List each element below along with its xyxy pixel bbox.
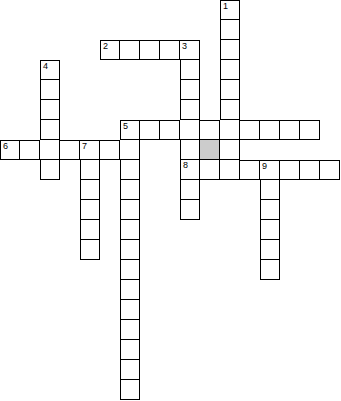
void-cell	[280, 0, 300, 20]
cell-r2c7[interactable]	[140, 40, 160, 60]
void-cell	[300, 180, 320, 200]
void-cell	[200, 40, 220, 60]
void-cell	[240, 180, 260, 200]
void-cell	[280, 60, 300, 80]
void-cell	[260, 320, 280, 340]
void-cell	[100, 240, 120, 260]
void-cell	[120, 60, 140, 80]
void-cell	[60, 220, 80, 240]
cell-r7c4[interactable]: 7	[80, 140, 100, 160]
void-cell	[200, 340, 220, 360]
cell-r13c6[interactable]	[120, 260, 140, 280]
void-cell	[80, 260, 100, 280]
void-cell	[0, 20, 20, 40]
void-cell	[80, 380, 100, 400]
void-cell	[220, 320, 240, 340]
void-cell	[100, 160, 120, 180]
clue-number: 1	[223, 2, 228, 10]
void-cell	[220, 360, 240, 380]
cell-r8c2[interactable]	[40, 160, 60, 180]
cell-r6c2[interactable]	[40, 120, 60, 140]
void-cell	[80, 280, 100, 300]
void-cell	[80, 0, 100, 20]
void-cell	[100, 60, 120, 80]
cell-r12c13[interactable]	[260, 240, 280, 260]
void-cell	[60, 340, 80, 360]
cell-r18c6[interactable]	[120, 360, 140, 380]
void-cell	[0, 320, 20, 340]
cell-r6c12[interactable]	[240, 120, 260, 140]
void-cell	[60, 360, 80, 380]
cell-r10c6[interactable]	[120, 200, 140, 220]
cell-r16c6[interactable]	[120, 320, 140, 340]
void-cell	[100, 280, 120, 300]
void-cell	[160, 0, 180, 20]
void-cell	[40, 220, 60, 240]
void-cell	[20, 0, 40, 20]
cell-r0c11[interactable]: 1	[220, 0, 240, 20]
void-cell	[200, 380, 220, 400]
cell-r10c13[interactable]	[260, 200, 280, 220]
void-cell	[280, 40, 300, 60]
cell-r6c14[interactable]	[280, 120, 300, 140]
void-cell	[220, 280, 240, 300]
void-cell	[80, 100, 100, 120]
void-cell	[280, 240, 300, 260]
void-cell	[40, 380, 60, 400]
void-cell	[180, 320, 200, 340]
cell-r7c1[interactable]	[20, 140, 40, 160]
void-cell	[60, 20, 80, 40]
void-cell	[20, 260, 40, 280]
cell-r7c11[interactable]	[220, 140, 240, 160]
void-cell	[140, 100, 160, 120]
cell-r8c12[interactable]	[240, 160, 260, 180]
void-cell	[300, 280, 320, 300]
cell-r8c13[interactable]: 9	[260, 160, 280, 180]
void-cell	[60, 120, 80, 140]
void-cell	[20, 240, 40, 260]
cell-r4c2[interactable]	[40, 80, 60, 100]
void-cell	[300, 0, 320, 20]
void-cell	[300, 140, 320, 160]
void-cell	[200, 200, 220, 220]
cell-r3c2[interactable]: 4	[40, 60, 60, 80]
void-cell	[260, 380, 280, 400]
void-cell	[160, 380, 180, 400]
void-cell	[20, 80, 40, 100]
void-cell	[240, 340, 260, 360]
cell-r9c6[interactable]	[120, 180, 140, 200]
void-cell	[60, 320, 80, 340]
void-cell	[0, 160, 20, 180]
void-cell	[280, 320, 300, 340]
void-cell	[240, 380, 260, 400]
cell-r5c2[interactable]	[40, 100, 60, 120]
void-cell	[240, 60, 260, 80]
void-cell	[300, 360, 320, 380]
cell-r2c8[interactable]	[160, 40, 180, 60]
void-cell	[80, 120, 100, 140]
void-cell	[20, 200, 40, 220]
cell-r8c9[interactable]: 8	[180, 160, 200, 180]
void-cell	[260, 40, 280, 60]
cell-r10c9[interactable]	[180, 200, 200, 220]
cell-r9c9[interactable]	[180, 180, 200, 200]
void-cell	[140, 0, 160, 20]
void-cell	[0, 220, 20, 240]
clue-number: 9	[262, 162, 267, 170]
void-cell	[160, 20, 180, 40]
clue-number: 5	[123, 122, 128, 130]
void-cell	[40, 20, 60, 40]
clue-number: 7	[82, 142, 87, 150]
void-cell	[240, 20, 260, 40]
cell-r7c3[interactable]	[60, 140, 80, 160]
void-cell	[100, 340, 120, 360]
cell-r12c4[interactable]	[80, 240, 100, 260]
clue-number: 2	[103, 42, 108, 50]
void-cell	[280, 200, 300, 220]
void-cell	[160, 160, 180, 180]
void-cell	[0, 80, 20, 100]
void-cell	[320, 100, 340, 120]
void-cell	[160, 180, 180, 200]
void-cell	[300, 20, 320, 40]
void-cell	[280, 300, 300, 320]
void-cell	[280, 220, 300, 240]
void-cell	[260, 280, 280, 300]
void-cell	[320, 40, 340, 60]
void-cell	[200, 360, 220, 380]
cell-r13c13[interactable]	[260, 260, 280, 280]
void-cell	[200, 100, 220, 120]
void-cell	[40, 340, 60, 360]
void-cell	[160, 100, 180, 120]
cell-r6c10[interactable]	[200, 120, 220, 140]
void-cell	[320, 140, 340, 160]
cell-r2c11[interactable]	[220, 40, 240, 60]
void-cell	[300, 320, 320, 340]
cell-r8c11[interactable]	[220, 160, 240, 180]
void-cell	[200, 320, 220, 340]
void-cell	[300, 100, 320, 120]
void-cell	[280, 80, 300, 100]
void-cell	[280, 340, 300, 360]
void-cell	[200, 0, 220, 20]
void-cell	[240, 40, 260, 60]
void-cell	[0, 100, 20, 120]
cell-r6c13[interactable]	[260, 120, 280, 140]
void-cell	[240, 80, 260, 100]
cell-r6c9[interactable]	[180, 120, 200, 140]
void-cell	[20, 180, 40, 200]
cell-r12c6[interactable]	[120, 240, 140, 260]
void-cell	[100, 300, 120, 320]
cell-r7c0[interactable]: 6	[0, 140, 20, 160]
void-cell	[180, 380, 200, 400]
void-cell	[240, 240, 260, 260]
cell-r7c5[interactable]	[100, 140, 120, 160]
void-cell	[180, 20, 200, 40]
cell-r3c11[interactable]	[220, 60, 240, 80]
cell-r6c6[interactable]: 5	[120, 120, 140, 140]
void-cell	[140, 160, 160, 180]
void-cell	[240, 200, 260, 220]
void-cell	[140, 360, 160, 380]
void-cell	[160, 340, 180, 360]
void-cell	[100, 0, 120, 20]
cell-r8c4[interactable]	[80, 160, 100, 180]
void-cell	[240, 220, 260, 240]
void-cell	[60, 160, 80, 180]
void-cell	[240, 280, 260, 300]
cell-r7c9[interactable]	[180, 140, 200, 160]
void-cell	[300, 300, 320, 320]
clue-number: 3	[182, 42, 187, 50]
void-cell	[20, 160, 40, 180]
void-cell	[200, 260, 220, 280]
void-cell	[300, 200, 320, 220]
void-cell	[280, 280, 300, 300]
cell-r11c6[interactable]	[120, 220, 140, 240]
void-cell	[160, 360, 180, 380]
void-cell	[140, 260, 160, 280]
void-cell	[100, 80, 120, 100]
void-cell	[20, 40, 40, 60]
void-cell	[160, 240, 180, 260]
void-cell	[20, 60, 40, 80]
cell-r8c10[interactable]	[200, 160, 220, 180]
cell-r1c11[interactable]	[220, 20, 240, 40]
cell-r19c6[interactable]	[120, 380, 140, 400]
void-cell	[140, 140, 160, 160]
void-cell	[140, 320, 160, 340]
void-cell	[220, 300, 240, 320]
void-cell	[320, 380, 340, 400]
void-cell	[20, 100, 40, 120]
void-cell	[60, 260, 80, 280]
cell-r4c11[interactable]	[220, 80, 240, 100]
void-cell	[20, 360, 40, 380]
void-cell	[140, 220, 160, 240]
void-cell	[180, 360, 200, 380]
void-cell	[100, 180, 120, 200]
void-cell	[60, 240, 80, 260]
void-cell	[0, 60, 20, 80]
void-cell	[160, 220, 180, 240]
void-cell	[240, 300, 260, 320]
void-cell	[220, 340, 240, 360]
void-cell	[20, 20, 40, 40]
void-cell	[20, 320, 40, 340]
void-cell	[320, 60, 340, 80]
void-cell	[280, 180, 300, 200]
cell-r8c15[interactable]	[300, 160, 320, 180]
void-cell	[240, 320, 260, 340]
void-cell	[300, 220, 320, 240]
void-cell	[140, 20, 160, 40]
void-cell	[300, 340, 320, 360]
void-cell	[220, 200, 240, 220]
void-cell	[220, 260, 240, 280]
void-cell	[40, 180, 60, 200]
void-cell	[320, 340, 340, 360]
void-cell	[320, 20, 340, 40]
cell-r8c16[interactable]	[320, 160, 340, 180]
void-cell	[20, 380, 40, 400]
void-cell	[260, 140, 280, 160]
void-cell	[40, 40, 60, 60]
void-cell	[100, 220, 120, 240]
void-cell	[140, 60, 160, 80]
void-cell	[60, 60, 80, 80]
void-cell	[0, 240, 20, 260]
void-cell	[320, 180, 340, 200]
void-cell	[60, 200, 80, 220]
void-cell	[180, 300, 200, 320]
void-cell	[60, 280, 80, 300]
cell-r5c11[interactable]	[220, 100, 240, 120]
void-cell	[100, 200, 120, 220]
void-cell	[300, 60, 320, 80]
void-cell	[0, 380, 20, 400]
cell-r11c4[interactable]	[80, 220, 100, 240]
cell-r5c9[interactable]	[180, 100, 200, 120]
cell-r17c6[interactable]	[120, 340, 140, 360]
void-cell	[140, 180, 160, 200]
void-cell	[320, 260, 340, 280]
void-cell	[80, 40, 100, 60]
void-cell	[40, 240, 60, 260]
void-cell	[300, 80, 320, 100]
clue-number: 8	[183, 161, 188, 169]
void-cell	[180, 340, 200, 360]
cell-r9c4[interactable]	[80, 180, 100, 200]
void-cell	[80, 320, 100, 340]
cell-r8c6[interactable]	[120, 160, 140, 180]
void-cell	[120, 20, 140, 40]
clue-number: 6	[3, 142, 8, 150]
void-cell	[160, 300, 180, 320]
void-cell	[220, 180, 240, 200]
cell-r7c6[interactable]	[120, 140, 140, 160]
void-cell	[320, 80, 340, 100]
void-cell	[0, 200, 20, 220]
void-cell	[0, 300, 20, 320]
void-cell	[60, 40, 80, 60]
void-cell	[160, 260, 180, 280]
void-cell	[120, 80, 140, 100]
void-cell	[40, 200, 60, 220]
void-cell	[140, 200, 160, 220]
void-cell	[40, 360, 60, 380]
void-cell	[20, 340, 40, 360]
void-cell	[140, 240, 160, 260]
void-cell	[140, 340, 160, 360]
void-cell	[40, 0, 60, 20]
void-cell	[240, 360, 260, 380]
cell-r2c6[interactable]	[120, 40, 140, 60]
cell-r6c15[interactable]	[300, 120, 320, 140]
void-cell	[140, 80, 160, 100]
void-cell	[320, 120, 340, 140]
void-cell	[320, 280, 340, 300]
void-cell	[320, 360, 340, 380]
void-cell	[100, 120, 120, 140]
void-cell	[100, 100, 120, 120]
void-cell	[20, 280, 40, 300]
cell-r2c5[interactable]: 2	[100, 40, 120, 60]
crossword-board: 123456789	[0, 0, 341, 400]
void-cell	[300, 240, 320, 260]
void-cell	[320, 200, 340, 220]
void-cell	[180, 0, 200, 20]
cell-r10c4[interactable]	[80, 200, 100, 220]
void-cell	[180, 240, 200, 260]
void-cell	[0, 280, 20, 300]
cell-r15c6[interactable]	[120, 300, 140, 320]
void-cell	[80, 80, 100, 100]
void-cell	[80, 20, 100, 40]
void-cell	[200, 180, 220, 200]
cell-r6c11[interactable]	[220, 120, 240, 140]
void-cell	[280, 380, 300, 400]
void-cell	[260, 80, 280, 100]
void-cell	[40, 320, 60, 340]
void-cell	[320, 240, 340, 260]
cell-r7c2[interactable]	[40, 140, 60, 160]
void-cell	[280, 20, 300, 40]
void-cell	[260, 100, 280, 120]
cell-r11c13[interactable]	[260, 220, 280, 240]
shaded-cell[interactable]	[200, 140, 220, 160]
cell-r4c9[interactable]	[180, 80, 200, 100]
void-cell	[60, 100, 80, 120]
void-cell	[220, 380, 240, 400]
cell-r3c9[interactable]	[180, 60, 200, 80]
void-cell	[40, 300, 60, 320]
void-cell	[260, 0, 280, 20]
void-cell	[60, 0, 80, 20]
void-cell	[60, 300, 80, 320]
cell-r6c7[interactable]	[140, 120, 160, 140]
void-cell	[160, 140, 180, 160]
void-cell	[180, 260, 200, 280]
void-cell	[0, 360, 20, 380]
void-cell	[160, 80, 180, 100]
void-cell	[240, 0, 260, 20]
void-cell	[260, 60, 280, 80]
cell-r2c9[interactable]: 3	[180, 40, 200, 60]
void-cell	[240, 100, 260, 120]
clue-number: 4	[43, 62, 48, 70]
void-cell	[0, 40, 20, 60]
cell-r8c14[interactable]	[280, 160, 300, 180]
void-cell	[180, 280, 200, 300]
cell-r9c13[interactable]	[260, 180, 280, 200]
void-cell	[60, 380, 80, 400]
void-cell	[200, 80, 220, 100]
void-cell	[220, 220, 240, 240]
void-cell	[320, 220, 340, 240]
void-cell	[160, 320, 180, 340]
void-cell	[300, 40, 320, 60]
void-cell	[160, 60, 180, 80]
void-cell	[20, 300, 40, 320]
cell-r14c6[interactable]	[120, 280, 140, 300]
cell-r6c8[interactable]	[160, 120, 180, 140]
